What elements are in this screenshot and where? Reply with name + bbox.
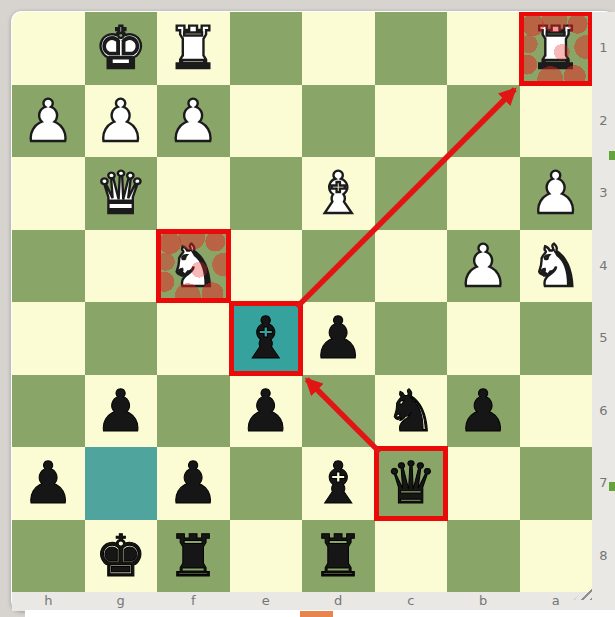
square-f5[interactable] xyxy=(157,302,230,375)
white-bishop[interactable]: ♝ xyxy=(312,164,364,222)
white-pawn[interactable]: ♟ xyxy=(95,92,147,150)
white-pawn[interactable]: ♟ xyxy=(457,237,509,295)
file-label-d: d xyxy=(302,593,375,611)
square-h3[interactable] xyxy=(12,157,85,230)
black-queen[interactable]: ♛ xyxy=(385,454,437,512)
white-rook[interactable]: ♜ xyxy=(167,19,219,77)
square-d7[interactable]: ♝ xyxy=(302,447,375,520)
square-g6[interactable]: ♟ xyxy=(85,375,158,448)
square-a2[interactable] xyxy=(520,85,593,158)
black-pawn[interactable]: ♟ xyxy=(22,454,74,512)
file-label-e: e xyxy=(230,593,303,611)
square-d2[interactable] xyxy=(302,85,375,158)
square-a8[interactable] xyxy=(520,520,593,593)
square-a4[interactable]: ♞ xyxy=(520,230,593,303)
square-a3[interactable]: ♟ xyxy=(520,157,593,230)
black-rook[interactable]: ♜ xyxy=(167,527,219,585)
square-e7[interactable] xyxy=(230,447,303,520)
black-bishop[interactable]: ♝ xyxy=(240,309,292,367)
square-a1[interactable]: ♜ xyxy=(520,12,593,85)
square-d8[interactable]: ♜ xyxy=(302,520,375,593)
rank-label-3: 3 xyxy=(592,157,615,230)
square-b8[interactable] xyxy=(447,520,520,593)
white-pawn[interactable]: ♟ xyxy=(22,92,74,150)
scrollbar-tick-icon xyxy=(609,482,615,491)
square-g4[interactable] xyxy=(85,230,158,303)
rank-label-5: 5 xyxy=(592,302,615,375)
square-e2[interactable] xyxy=(230,85,303,158)
file-label-h: h xyxy=(12,593,85,611)
white-knight[interactable]: ♞ xyxy=(530,237,582,295)
black-bishop[interactable]: ♝ xyxy=(312,454,364,512)
rank-label-6: 6 xyxy=(592,375,615,448)
square-f2[interactable]: ♟ xyxy=(157,85,230,158)
square-h5[interactable] xyxy=(12,302,85,375)
black-king[interactable]: ♚ xyxy=(95,527,147,585)
white-knight[interactable]: ♞ xyxy=(167,237,219,295)
square-f3[interactable] xyxy=(157,157,230,230)
black-pawn[interactable]: ♟ xyxy=(167,454,219,512)
square-g3[interactable]: ♛ xyxy=(85,157,158,230)
board: ♚♜♜♟♟♟♛♝♟♞♟♞♝♟♟♟♞♟♟♟♝♛♚♜♜ xyxy=(12,12,592,592)
square-h4[interactable] xyxy=(12,230,85,303)
square-b4[interactable]: ♟ xyxy=(447,230,520,303)
square-e4[interactable] xyxy=(230,230,303,303)
file-label-g: g xyxy=(85,593,158,611)
square-g8[interactable]: ♚ xyxy=(85,520,158,593)
white-queen[interactable]: ♛ xyxy=(95,164,147,222)
square-e5[interactable]: ♝ xyxy=(230,302,303,375)
black-knight[interactable]: ♞ xyxy=(385,382,437,440)
square-h6[interactable] xyxy=(12,375,85,448)
black-pawn[interactable]: ♟ xyxy=(240,382,292,440)
square-h7[interactable]: ♟ xyxy=(12,447,85,520)
square-c2[interactable] xyxy=(375,85,448,158)
square-f8[interactable]: ♜ xyxy=(157,520,230,593)
square-d5[interactable]: ♟ xyxy=(302,302,375,375)
rank-label-4: 4 xyxy=(592,230,615,303)
orange-marker xyxy=(300,611,333,617)
square-f6[interactable] xyxy=(157,375,230,448)
square-h1[interactable] xyxy=(12,12,85,85)
square-g7[interactable] xyxy=(85,447,158,520)
square-b7[interactable] xyxy=(447,447,520,520)
square-f1[interactable]: ♜ xyxy=(157,12,230,85)
square-c7[interactable]: ♛ xyxy=(375,447,448,520)
black-rook[interactable]: ♜ xyxy=(312,527,364,585)
white-king[interactable]: ♚ xyxy=(95,19,147,77)
square-c3[interactable] xyxy=(375,157,448,230)
white-pawn[interactable]: ♟ xyxy=(530,164,582,222)
file-label-c: c xyxy=(375,593,448,611)
scrollbar-tick-icon xyxy=(609,151,615,160)
white-pawn[interactable]: ♟ xyxy=(167,92,219,150)
square-g2[interactable]: ♟ xyxy=(85,85,158,158)
square-h8[interactable] xyxy=(12,520,85,593)
square-c5[interactable] xyxy=(375,302,448,375)
file-label-b: b xyxy=(447,593,520,611)
square-b3[interactable] xyxy=(447,157,520,230)
square-b6[interactable]: ♟ xyxy=(447,375,520,448)
rank-label-2: 2 xyxy=(592,85,615,158)
square-b5[interactable] xyxy=(447,302,520,375)
square-c4[interactable] xyxy=(375,230,448,303)
rank-label-1: 1 xyxy=(592,12,615,85)
black-pawn[interactable]: ♟ xyxy=(95,382,147,440)
square-c6[interactable]: ♞ xyxy=(375,375,448,448)
square-a6[interactable] xyxy=(520,375,593,448)
square-e8[interactable] xyxy=(230,520,303,593)
square-a5[interactable] xyxy=(520,302,593,375)
square-d4[interactable] xyxy=(302,230,375,303)
square-e3[interactable] xyxy=(230,157,303,230)
chess-app: ♚♜♜♟♟♟♛♝♟♞♟♞♝♟♟♟♞♟♟♟♝♛♚♜♜ hgfedcba 12345… xyxy=(0,0,615,617)
black-pawn[interactable]: ♟ xyxy=(312,309,364,367)
square-h2[interactable]: ♟ xyxy=(12,85,85,158)
square-b2[interactable] xyxy=(447,85,520,158)
rank-label-8: 8 xyxy=(592,520,615,593)
square-c1[interactable] xyxy=(375,12,448,85)
black-pawn[interactable]: ♟ xyxy=(457,382,509,440)
square-f7[interactable]: ♟ xyxy=(157,447,230,520)
square-d6[interactable] xyxy=(302,375,375,448)
white-rook[interactable]: ♜ xyxy=(530,19,582,77)
square-g1[interactable]: ♚ xyxy=(85,12,158,85)
file-label-f: f xyxy=(157,593,230,611)
square-f4[interactable]: ♞ xyxy=(157,230,230,303)
square-b1[interactable] xyxy=(447,12,520,85)
square-e1[interactable] xyxy=(230,12,303,85)
square-c8[interactable] xyxy=(375,520,448,593)
square-e6[interactable]: ♟ xyxy=(230,375,303,448)
square-g5[interactable] xyxy=(85,302,158,375)
square-d3[interactable]: ♝ xyxy=(302,157,375,230)
square-a7[interactable] xyxy=(520,447,593,520)
square-d1[interactable] xyxy=(302,12,375,85)
